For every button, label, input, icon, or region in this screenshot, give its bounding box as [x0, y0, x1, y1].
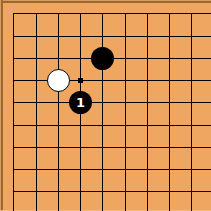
grid-line-vertical	[102, 13, 103, 211]
black-stone[interactable]	[91, 47, 114, 70]
grid-line-vertical	[58, 13, 59, 211]
grid-line-horizontal	[13, 191, 211, 192]
grid-line-horizontal	[13, 147, 211, 148]
grid-line-horizontal	[13, 36, 211, 37]
go-diagram: 1	[0, 0, 211, 211]
white-stone[interactable]	[47, 69, 70, 92]
go-board[interactable]: 1	[0, 0, 211, 211]
board-edge-shadow-top	[0, 1, 211, 3]
board-edge-shadow-left	[1, 0, 3, 211]
grid-line-vertical	[36, 13, 37, 211]
board-edge-highlight-bottom	[0, 210, 211, 211]
grid-line-vertical	[13, 13, 14, 211]
grid-line-vertical	[147, 13, 148, 211]
grid-line-horizontal	[13, 125, 211, 126]
grid-line-horizontal	[13, 169, 211, 170]
grid-line-horizontal	[13, 102, 211, 103]
move-number-label: 1	[76, 96, 85, 109]
grid-line-vertical	[125, 13, 126, 211]
move-1-stone[interactable]: 1	[69, 91, 92, 114]
grid-line-vertical	[169, 13, 170, 211]
grid-line-vertical	[191, 13, 192, 211]
grid-line-horizontal	[13, 80, 211, 81]
grid-line-horizontal	[13, 13, 211, 14]
hoshi-square-marker	[78, 78, 83, 83]
